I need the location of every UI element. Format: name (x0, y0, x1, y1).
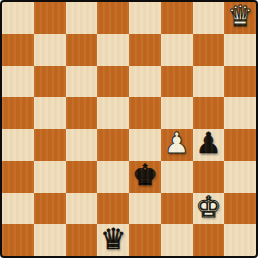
square-d6[interactable] (97, 66, 129, 98)
square-h6[interactable] (224, 66, 256, 98)
square-h1[interactable] (224, 224, 256, 256)
square-h3[interactable] (224, 161, 256, 193)
square-e7[interactable] (129, 34, 161, 66)
square-g5[interactable] (193, 97, 225, 129)
square-g3[interactable] (193, 161, 225, 193)
square-a2[interactable] (2, 193, 34, 225)
square-g8[interactable] (193, 2, 225, 34)
square-c1[interactable] (66, 224, 98, 256)
square-e8[interactable] (129, 2, 161, 34)
square-h2[interactable] (224, 193, 256, 225)
square-d7[interactable] (97, 34, 129, 66)
square-c8[interactable] (66, 2, 98, 34)
board-frame: ♛♟♟♚♚♛ (0, 0, 258, 258)
square-d8[interactable] (97, 2, 129, 34)
square-c7[interactable] (66, 34, 98, 66)
square-h4[interactable] (224, 129, 256, 161)
square-e3[interactable]: ♚ (129, 161, 161, 193)
square-a6[interactable] (2, 66, 34, 98)
square-b5[interactable] (34, 97, 66, 129)
chess-board: ♛♟♟♚♚♛ (2, 2, 256, 256)
square-f3[interactable] (161, 161, 193, 193)
square-e2[interactable] (129, 193, 161, 225)
square-d5[interactable] (97, 97, 129, 129)
square-f1[interactable] (161, 224, 193, 256)
square-h8[interactable]: ♛ (224, 2, 256, 34)
square-d2[interactable] (97, 193, 129, 225)
square-b4[interactable] (34, 129, 66, 161)
square-a1[interactable] (2, 224, 34, 256)
square-c5[interactable] (66, 97, 98, 129)
square-h7[interactable] (224, 34, 256, 66)
piece-white-queen-h8[interactable]: ♛ (227, 2, 253, 31)
square-g7[interactable] (193, 34, 225, 66)
square-b2[interactable] (34, 193, 66, 225)
piece-white-king-g2[interactable]: ♚ (195, 193, 221, 222)
square-f4[interactable]: ♟ (161, 129, 193, 161)
square-g4[interactable]: ♟ (193, 129, 225, 161)
square-d3[interactable] (97, 161, 129, 193)
square-g1[interactable] (193, 224, 225, 256)
square-e5[interactable] (129, 97, 161, 129)
square-a7[interactable] (2, 34, 34, 66)
piece-black-pawn-g4[interactable]: ♟ (195, 129, 221, 158)
square-e6[interactable] (129, 66, 161, 98)
square-f7[interactable] (161, 34, 193, 66)
square-e1[interactable] (129, 224, 161, 256)
square-b3[interactable] (34, 161, 66, 193)
square-f5[interactable] (161, 97, 193, 129)
square-f2[interactable] (161, 193, 193, 225)
square-a4[interactable] (2, 129, 34, 161)
square-b1[interactable] (34, 224, 66, 256)
square-a3[interactable] (2, 161, 34, 193)
square-f6[interactable] (161, 66, 193, 98)
square-c2[interactable] (66, 193, 98, 225)
square-f8[interactable] (161, 2, 193, 34)
square-c6[interactable] (66, 66, 98, 98)
square-d4[interactable] (97, 129, 129, 161)
piece-black-queen-d1[interactable]: ♛ (100, 225, 126, 254)
square-e4[interactable] (129, 129, 161, 161)
square-a5[interactable] (2, 97, 34, 129)
piece-white-pawn-f4[interactable]: ♟ (164, 129, 190, 158)
square-c3[interactable] (66, 161, 98, 193)
square-d1[interactable]: ♛ (97, 224, 129, 256)
piece-black-king-e3[interactable]: ♚ (132, 161, 158, 190)
square-b6[interactable] (34, 66, 66, 98)
square-g6[interactable] (193, 66, 225, 98)
chess-board-screenshot: ♛♟♟♚♚♛ (0, 0, 258, 258)
square-a8[interactable] (2, 2, 34, 34)
square-b7[interactable] (34, 34, 66, 66)
square-h5[interactable] (224, 97, 256, 129)
square-b8[interactable] (34, 2, 66, 34)
square-g2[interactable]: ♚ (193, 193, 225, 225)
square-c4[interactable] (66, 129, 98, 161)
